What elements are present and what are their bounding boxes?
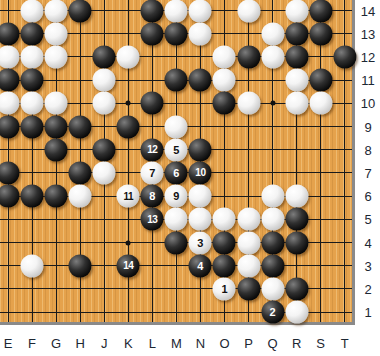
col-label-J: J	[101, 336, 108, 351]
stone-black-L6: 8	[141, 185, 164, 208]
stone-white-R6	[285, 185, 308, 208]
stone-white-Q5	[261, 208, 284, 231]
stone-white-O11	[213, 69, 236, 92]
stone-black-G9	[45, 115, 68, 138]
stone-black-S14	[309, 0, 332, 22]
stone-black-J12	[93, 45, 116, 68]
row-label-13: 13	[361, 26, 375, 41]
stone-white-E10	[0, 92, 20, 115]
grid-hline-3	[0, 265, 352, 266]
stone-white-N13	[189, 22, 212, 45]
stone-white-M9	[165, 115, 188, 138]
row-label-7: 7	[364, 165, 371, 180]
stone-white-R1	[285, 301, 308, 324]
stone-black-H14	[69, 0, 92, 22]
stone-black-N8	[189, 138, 212, 161]
stone-black-Q1: 2	[261, 301, 284, 324]
stone-black-S13	[309, 22, 332, 45]
stone-white-Q2	[261, 277, 284, 300]
stone-white-P14	[237, 0, 260, 22]
stone-white-P3	[237, 254, 260, 277]
stone-black-M7: 6	[165, 161, 188, 184]
stone-black-P12	[237, 45, 260, 68]
col-label-Q: Q	[267, 336, 277, 351]
stone-white-M8: 5	[165, 138, 188, 161]
stone-black-E6	[0, 185, 20, 208]
stone-black-M4	[165, 231, 188, 254]
stone-white-P4	[237, 231, 260, 254]
col-label-G: G	[51, 336, 61, 351]
col-label-R: R	[292, 336, 301, 351]
move-number-6: 6	[173, 167, 179, 178]
stone-black-E7	[0, 161, 20, 184]
stone-white-F10	[21, 92, 44, 115]
stone-black-R12	[285, 45, 308, 68]
stone-black-H9	[69, 115, 92, 138]
row-label-9: 9	[364, 119, 371, 134]
move-number-13: 13	[147, 214, 157, 224]
stone-white-L7: 7	[141, 161, 164, 184]
stone-black-F13	[21, 22, 44, 45]
stone-white-O5	[213, 208, 236, 231]
hoshi-K4	[126, 240, 131, 245]
stone-black-Q3	[261, 254, 284, 277]
row-label-12: 12	[361, 49, 375, 64]
stone-black-O3	[213, 254, 236, 277]
stone-black-R13	[285, 22, 308, 45]
stone-black-K3: 14	[117, 254, 140, 277]
stone-white-Q13	[261, 22, 284, 45]
stone-black-M13	[165, 22, 188, 45]
stone-white-S10	[309, 92, 332, 115]
stone-black-H7	[69, 161, 92, 184]
stone-black-N3: 4	[189, 254, 212, 277]
stone-white-J10	[93, 92, 116, 115]
move-number-11: 11	[123, 191, 133, 201]
stone-black-R2	[285, 277, 308, 300]
stone-black-L14	[141, 0, 164, 22]
row-label-6: 6	[364, 189, 371, 204]
row-label-3: 3	[364, 258, 371, 273]
stone-white-K12	[117, 45, 140, 68]
row-label-1: 1	[364, 305, 371, 320]
col-label-K: K	[124, 336, 133, 351]
stone-white-P5	[237, 208, 260, 231]
stone-white-O12	[213, 45, 236, 68]
grid-vline-S	[320, 0, 321, 322]
col-label-H: H	[75, 336, 84, 351]
stone-black-E11	[0, 69, 20, 92]
stone-white-J11	[93, 69, 116, 92]
stone-black-F9	[21, 115, 44, 138]
stone-black-R5	[285, 208, 308, 231]
stone-white-G12	[45, 45, 68, 68]
col-label-M: M	[171, 336, 182, 351]
row-label-4: 4	[364, 235, 371, 250]
row-label-5: 5	[364, 212, 371, 227]
hoshi-K10	[126, 101, 131, 106]
stone-white-N5	[189, 208, 212, 231]
go-board-viewport: 1257610118913314412 1413121110987654321E…	[0, 0, 380, 356]
stone-black-T12	[333, 45, 356, 68]
stone-white-G13	[45, 22, 68, 45]
stone-white-N14	[189, 0, 212, 22]
move-number-2: 2	[269, 307, 275, 318]
hoshi-Q10	[270, 101, 275, 106]
stone-black-E9	[0, 115, 20, 138]
stone-white-O2: 1	[213, 277, 236, 300]
col-label-T: T	[341, 336, 349, 351]
stone-white-M14	[165, 0, 188, 22]
move-number-7: 7	[149, 167, 155, 178]
stone-black-L8: 12	[141, 138, 164, 161]
stone-black-O4	[213, 231, 236, 254]
move-number-8: 8	[149, 191, 155, 202]
stone-white-G14	[45, 0, 68, 22]
move-number-4: 4	[197, 260, 203, 271]
row-label-11: 11	[361, 73, 375, 88]
stone-black-G8	[45, 138, 68, 161]
stone-black-M11	[165, 69, 188, 92]
stone-white-M5	[165, 208, 188, 231]
stone-white-R14	[285, 0, 308, 22]
stone-white-F3	[21, 254, 44, 277]
stone-white-M6: 9	[165, 185, 188, 208]
col-label-N: N	[196, 336, 205, 351]
stone-white-H6	[69, 185, 92, 208]
go-board[interactable]: 1257610118913314412	[0, 0, 355, 325]
stone-white-J7	[93, 161, 116, 184]
stone-black-R4	[285, 231, 308, 254]
stone-black-K9	[117, 115, 140, 138]
col-label-S: S	[316, 336, 325, 351]
stone-black-S11	[309, 69, 332, 92]
move-number-5: 5	[173, 144, 179, 155]
stone-white-Q6	[261, 185, 284, 208]
stone-white-P10	[237, 92, 260, 115]
stone-white-R10	[285, 92, 308, 115]
stone-black-L13	[141, 22, 164, 45]
col-label-F: F	[28, 336, 36, 351]
stone-black-O10	[213, 92, 236, 115]
stone-white-K6: 11	[117, 185, 140, 208]
col-label-O: O	[219, 336, 229, 351]
stone-black-L5: 13	[141, 208, 164, 231]
stone-black-L10	[141, 92, 164, 115]
move-number-14: 14	[123, 261, 133, 271]
stone-white-R11	[285, 69, 308, 92]
stone-black-H3	[69, 254, 92, 277]
row-label-10: 10	[361, 96, 375, 111]
stone-white-N6	[189, 185, 212, 208]
stone-black-J8	[93, 138, 116, 161]
stone-black-F6	[21, 185, 44, 208]
move-number-9: 9	[173, 191, 179, 202]
row-label-8: 8	[364, 142, 371, 157]
stone-white-F12	[21, 45, 44, 68]
move-number-12: 12	[147, 145, 157, 155]
move-number-1: 1	[221, 283, 227, 294]
stone-white-G10	[45, 92, 68, 115]
stone-white-Q12	[261, 45, 284, 68]
stone-white-N4: 3	[189, 231, 212, 254]
col-label-E: E	[4, 336, 13, 351]
row-label-14: 14	[361, 3, 375, 18]
row-label-2: 2	[364, 281, 371, 296]
move-number-3: 3	[197, 237, 203, 248]
stone-black-F11	[21, 69, 44, 92]
stone-white-F14	[21, 0, 44, 22]
stone-white-E12	[0, 45, 20, 68]
stone-black-N11	[189, 69, 212, 92]
move-number-10: 10	[195, 168, 205, 178]
stone-black-Q4	[261, 231, 284, 254]
stone-black-G6	[45, 185, 68, 208]
col-label-P: P	[244, 336, 253, 351]
stone-black-P2	[237, 277, 260, 300]
col-label-L: L	[149, 336, 156, 351]
stone-black-E13	[0, 22, 20, 45]
stone-black-N7: 10	[189, 161, 212, 184]
